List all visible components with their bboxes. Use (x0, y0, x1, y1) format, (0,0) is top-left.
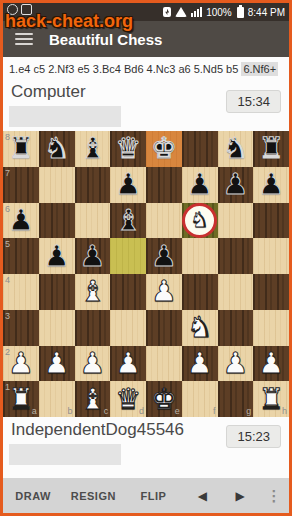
square-b2[interactable]: ♟ (39, 346, 75, 382)
black-rook[interactable]: ♜ (8, 134, 34, 163)
app-title: Beautiful Chess (49, 31, 162, 48)
white-rook[interactable]: ♜ (8, 385, 34, 414)
next-move-button[interactable]: ▶ (221, 489, 259, 503)
square-e2[interactable] (146, 346, 182, 382)
white-king[interactable]: ♚ (151, 385, 177, 414)
square-a8[interactable]: 8♜ (3, 131, 39, 167)
black-bishop[interactable]: ♝ (79, 134, 105, 163)
file-label-b: b (67, 406, 72, 416)
file-label-a: a (32, 406, 37, 416)
square-g2[interactable]: ♟ (218, 346, 254, 382)
square-g4[interactable] (218, 274, 254, 310)
app-screen: hack-cheat.org 100% 8:44 PM Beautiful Ch… (0, 0, 292, 516)
square-b7[interactable] (39, 167, 75, 203)
square-c1[interactable]: c♝ (75, 381, 111, 417)
square-d7[interactable]: ♟ (110, 167, 146, 203)
white-pawn[interactable]: ♟ (222, 349, 248, 378)
square-a6[interactable]: 6♟ (3, 203, 39, 239)
square-g1[interactable]: g (218, 381, 254, 417)
white-knight[interactable]: ♞ (187, 313, 213, 342)
rank-label-3: 3 (5, 311, 10, 321)
square-e1[interactable]: e♚ (146, 381, 182, 417)
file-label-c: c (104, 406, 109, 416)
status-time: 8:44 PM (248, 7, 285, 18)
square-f8[interactable] (182, 131, 218, 167)
square-a7[interactable]: 7 (3, 167, 39, 203)
opponent-row: Computer 15:34 (3, 79, 289, 102)
square-h7[interactable]: ♟ (253, 167, 289, 203)
white-rook[interactable]: ♜ (258, 385, 284, 414)
opponent-captured-tray (9, 106, 121, 127)
square-c8[interactable]: ♝ (75, 131, 111, 167)
black-pawn[interactable]: ♟ (222, 170, 248, 199)
square-b8[interactable]: ♞ (39, 131, 75, 167)
square-b3[interactable] (39, 310, 75, 346)
white-bishop[interactable]: ♝ (79, 277, 105, 306)
rank-label-4: 4 (5, 275, 10, 285)
square-c7[interactable] (75, 167, 111, 203)
watermark: hack-cheat.org (5, 11, 133, 32)
square-f7[interactable]: ♟ (182, 167, 218, 203)
square-f3[interactable]: ♞ (182, 310, 218, 346)
file-label-g: g (246, 406, 251, 416)
square-h4[interactable] (253, 274, 289, 310)
white-queen[interactable]: ♛ (115, 385, 141, 414)
square-f1[interactable]: f (182, 381, 218, 417)
white-pawn[interactable]: ♟ (79, 349, 105, 378)
file-label-f: f (213, 406, 216, 416)
square-d2[interactable]: ♟ (110, 346, 146, 382)
square-f5[interactable] (182, 238, 218, 274)
square-c6[interactable] (75, 203, 111, 239)
rank-label-6: 6 (5, 204, 10, 214)
player-row: IndependentDog45546 15:23 (3, 417, 289, 440)
overflow-menu-button[interactable]: ⋮ (259, 487, 289, 505)
rank-label-1: 1 (5, 382, 10, 392)
file-label-d: d (139, 406, 144, 416)
black-pawn[interactable]: ♟ (258, 170, 284, 199)
square-c4[interactable]: ♝ (75, 274, 111, 310)
wifi-icon (175, 7, 187, 17)
black-pawn[interactable]: ♟ (79, 242, 105, 271)
battery-icon (237, 7, 244, 18)
current-move[interactable]: 6.Nf6+ (241, 62, 278, 76)
square-g3[interactable] (218, 310, 254, 346)
square-c2[interactable]: ♟ (75, 346, 111, 382)
signal-bars-icon (191, 7, 202, 17)
moves-text: 1.e4 c5 2.Nf3 e5 3.Bc4 Bd6 4.Nc3 a6 5.Nd… (9, 63, 241, 75)
flip-button[interactable]: FLIP (123, 490, 183, 502)
white-pawn[interactable]: ♟ (8, 349, 34, 378)
square-e3[interactable] (146, 310, 182, 346)
chess-board[interactable]: 8♜♞♝♛♚♞♜7♟♟♟♟6♟♝♞5♟♟♟4♝♟3♞2♟♟♟♟♟♟♟1a♜bc♝… (3, 131, 289, 417)
black-king[interactable]: ♚ (151, 134, 177, 163)
square-h2[interactable]: ♟ (253, 346, 289, 382)
black-pawn[interactable]: ♟ (187, 170, 213, 199)
square-g5[interactable] (218, 238, 254, 274)
black-knight[interactable]: ♞ (44, 134, 70, 163)
black-pawn[interactable]: ♟ (8, 206, 34, 235)
rank-label-7: 7 (5, 168, 10, 178)
square-h1[interactable]: h♜ (253, 381, 289, 417)
square-b5[interactable]: ♟ (39, 238, 75, 274)
white-bishop[interactable]: ♝ (79, 385, 105, 414)
black-pawn[interactable]: ♟ (151, 242, 177, 271)
square-b4[interactable] (39, 274, 75, 310)
black-bishop[interactable]: ♝ (115, 206, 141, 235)
black-knight[interactable]: ♞ (222, 134, 248, 163)
square-e6[interactable] (146, 203, 182, 239)
player-name: IndependentDog45546 (11, 420, 184, 439)
rank-label-5: 5 (5, 239, 10, 249)
square-d5[interactable] (110, 238, 146, 274)
battery-percent: 100% (206, 7, 232, 18)
prev-move-button[interactable]: ◀ (184, 489, 222, 503)
file-label-e: e (175, 406, 180, 416)
draw-button[interactable]: DRAW (3, 490, 63, 502)
black-queen[interactable]: ♛ (115, 134, 141, 163)
square-e5[interactable]: ♟ (146, 238, 182, 274)
menu-hamburger-icon[interactable] (15, 33, 33, 45)
file-label-h: h (282, 406, 287, 416)
rank-label-2: 2 (5, 347, 10, 357)
square-b6[interactable] (39, 203, 75, 239)
square-g8[interactable]: ♞ (218, 131, 254, 167)
square-f4[interactable] (182, 274, 218, 310)
opponent-name: Computer (11, 82, 86, 101)
opponent-clock: 15:34 (226, 90, 281, 113)
square-d1[interactable]: d♛ (110, 381, 146, 417)
player-captured-tray (9, 444, 121, 465)
white-knight[interactable]: ♞ (190, 210, 209, 231)
square-d8[interactable]: ♛ (110, 131, 146, 167)
black-pawn[interactable]: ♟ (115, 170, 141, 199)
square-d4[interactable] (110, 274, 146, 310)
square-h8[interactable]: ♜ (253, 131, 289, 167)
square-a2[interactable]: 2♟ (3, 346, 39, 382)
square-e7[interactable] (146, 167, 182, 203)
square-c3[interactable] (75, 310, 111, 346)
square-f2[interactable]: ♟ (182, 346, 218, 382)
square-b1[interactable]: b (39, 381, 75, 417)
square-d3[interactable] (110, 310, 146, 346)
square-h5[interactable] (253, 238, 289, 274)
white-pawn[interactable]: ♟ (258, 349, 284, 378)
check-indicator-ring: ♞ (182, 203, 217, 238)
square-h3[interactable] (253, 310, 289, 346)
resign-button[interactable]: RESIGN (63, 490, 123, 502)
black-pawn[interactable]: ♟ (44, 242, 70, 271)
square-h6[interactable] (253, 203, 289, 239)
black-rook[interactable]: ♜ (258, 134, 284, 163)
player-clock: 15:23 (226, 425, 281, 448)
square-a4[interactable]: 4 (3, 274, 39, 310)
move-list[interactable]: 1.e4 c5 2.Nf3 e5 3.Bc4 Bd6 4.Nc3 a6 5.Nd… (3, 57, 289, 79)
white-pawn[interactable]: ♟ (115, 349, 141, 378)
white-pawn[interactable]: ♟ (44, 349, 70, 378)
rank-label-8: 8 (5, 132, 10, 142)
square-c5[interactable]: ♟ (75, 238, 111, 274)
square-f6[interactable]: ♞ (182, 203, 218, 239)
bottom-toolbar: DRAW RESIGN FLIP ◀ ▶ ⋮ (3, 478, 289, 513)
square-g7[interactable]: ♟ (218, 167, 254, 203)
square-e8[interactable]: ♚ (146, 131, 182, 167)
square-a1[interactable]: 1a♜ (3, 381, 39, 417)
square-d6[interactable]: ♝ (110, 203, 146, 239)
square-e4[interactable]: ♟ (146, 274, 182, 310)
square-g6[interactable] (218, 203, 254, 239)
square-a3[interactable]: 3 (3, 310, 39, 346)
white-pawn[interactable]: ♟ (187, 349, 213, 378)
square-a5[interactable]: 5 (3, 238, 39, 274)
white-pawn[interactable]: ♟ (151, 277, 177, 306)
battery-saver-icon (163, 7, 171, 17)
